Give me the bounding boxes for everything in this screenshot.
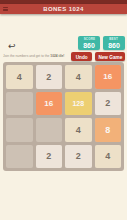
instructions-text: Join the numbers and get to the 1024 til… <box>3 54 42 57</box>
game-board[interactable]: 4241616128248224 <box>3 62 124 171</box>
tile-2: 2 <box>36 145 63 169</box>
cell-r2c2: 16 <box>36 92 63 116</box>
instructions-goal: 1024 tile! <box>50 54 64 57</box>
cell-r4c4: 4 <box>95 145 122 169</box>
cell-r1c4: 16 <box>95 65 122 89</box>
instructions-prefix: Join the numbers and get to the <box>3 54 50 57</box>
tile-16: 16 <box>36 92 63 116</box>
best-score-box: BEST 860 <box>103 36 125 50</box>
cell-r2c1 <box>6 92 33 116</box>
tile-16: 16 <box>95 65 122 89</box>
hamburger-menu-icon[interactable] <box>2 6 9 12</box>
cell-r1c2: 2 <box>36 65 63 89</box>
tile-2: 2 <box>36 65 63 89</box>
tile-2: 2 <box>65 145 92 169</box>
cell-r3c4: 8 <box>95 118 122 142</box>
tile-4: 4 <box>65 65 92 89</box>
app-screen: BONES 1024 SCORE 860 BEST 860 ↩ Join the… <box>0 0 127 220</box>
cell-r4c1 <box>6 145 33 169</box>
undo-arrow-icon[interactable]: ↩ <box>8 42 16 51</box>
tile-8: 8 <box>95 118 122 142</box>
cell-r4c2: 2 <box>36 145 63 169</box>
tile-128: 128 <box>65 92 92 116</box>
score-label: SCORE <box>83 38 94 41</box>
best-label: BEST <box>110 38 119 41</box>
undo-button-label: Undo <box>76 54 88 59</box>
cell-r3c3: 4 <box>65 118 92 142</box>
new-game-button-label: New Game <box>98 54 122 59</box>
app-title: BONES 1024 <box>43 6 83 12</box>
cell-r2c4: 2 <box>95 92 122 116</box>
cell-r4c3: 2 <box>65 145 92 169</box>
cell-r1c3: 4 <box>65 65 92 89</box>
best-value: 860 <box>108 42 120 49</box>
score-value: 860 <box>83 42 95 49</box>
undo-button[interactable]: Undo <box>71 52 92 61</box>
cell-r3c2 <box>36 118 63 142</box>
cell-r3c1 <box>6 118 33 142</box>
tile-4: 4 <box>65 118 92 142</box>
tile-4: 4 <box>95 145 122 169</box>
cell-r1c1: 4 <box>6 65 33 89</box>
tile-2: 2 <box>95 92 122 116</box>
tile-4: 4 <box>6 65 33 89</box>
new-game-button[interactable]: New Game <box>95 52 125 61</box>
app-bar: BONES 1024 <box>0 4 127 14</box>
score-box: SCORE 860 <box>78 36 100 50</box>
cell-r2c3: 128 <box>65 92 92 116</box>
